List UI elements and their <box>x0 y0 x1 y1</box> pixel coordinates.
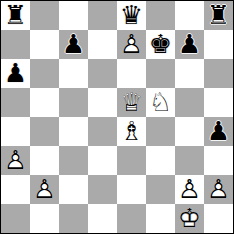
square-f5[interactable]: ♞♘ <box>146 88 175 117</box>
square-h1[interactable] <box>204 204 233 233</box>
square-d5[interactable] <box>88 88 117 117</box>
square-a3[interactable]: ♟♙ <box>1 146 30 175</box>
square-g2[interactable]: ♟♙ <box>175 175 204 204</box>
square-g4[interactable] <box>175 117 204 146</box>
piece-fill-white-pawn: ♟ <box>1 146 30 175</box>
piece-black-pawn: ♟ <box>175 30 204 59</box>
square-b1[interactable] <box>30 204 59 233</box>
square-g8[interactable] <box>175 1 204 30</box>
piece-fill-white-pawn: ♟ <box>204 175 233 204</box>
square-g5[interactable] <box>175 88 204 117</box>
square-c4[interactable] <box>59 117 88 146</box>
square-c7[interactable]: ♟ <box>59 30 88 59</box>
square-f2[interactable] <box>146 175 175 204</box>
square-f6[interactable] <box>146 59 175 88</box>
piece-black-rook: ♜ <box>204 1 233 30</box>
piece-white-pawn: ♙ <box>204 175 233 204</box>
piece-fill-white-queen: ♛ <box>117 88 146 117</box>
square-c8[interactable] <box>59 1 88 30</box>
square-c1[interactable] <box>59 204 88 233</box>
square-b4[interactable] <box>30 117 59 146</box>
piece-black-king: ♚ <box>146 30 175 59</box>
piece-white-pawn: ♙ <box>30 175 59 204</box>
square-b3[interactable] <box>30 146 59 175</box>
piece-black-queen: ♛ <box>117 1 146 30</box>
square-g3[interactable] <box>175 146 204 175</box>
square-a7[interactable] <box>1 30 30 59</box>
piece-white-queen: ♕ <box>117 88 146 117</box>
piece-white-bishop: ♗ <box>117 117 146 146</box>
square-e4[interactable]: ♝♗ <box>117 117 146 146</box>
piece-fill-white-king: ♚ <box>175 204 204 233</box>
square-f7[interactable]: ♚ <box>146 30 175 59</box>
square-h6[interactable] <box>204 59 233 88</box>
piece-white-king: ♔ <box>175 204 204 233</box>
square-d7[interactable] <box>88 30 117 59</box>
square-d3[interactable] <box>88 146 117 175</box>
piece-white-pawn: ♙ <box>1 146 30 175</box>
piece-black-pawn: ♟ <box>1 59 30 88</box>
square-e3[interactable] <box>117 146 146 175</box>
square-b6[interactable] <box>30 59 59 88</box>
square-d2[interactable] <box>88 175 117 204</box>
square-c5[interactable] <box>59 88 88 117</box>
piece-fill-white-pawn: ♟ <box>117 30 146 59</box>
square-f8[interactable] <box>146 1 175 30</box>
piece-white-pawn: ♙ <box>117 30 146 59</box>
square-h4[interactable]: ♟ <box>204 117 233 146</box>
square-b5[interactable] <box>30 88 59 117</box>
square-a5[interactable] <box>1 88 30 117</box>
square-e1[interactable] <box>117 204 146 233</box>
square-b8[interactable] <box>30 1 59 30</box>
piece-black-pawn: ♟ <box>204 117 233 146</box>
square-d1[interactable] <box>88 204 117 233</box>
square-a6[interactable]: ♟ <box>1 59 30 88</box>
piece-fill-white-knight: ♞ <box>146 88 175 117</box>
board-wrap: ♜♛♜♟♟♙♚♟♟♛♕♞♘♝♗♟♟♙♟♙♟♙♟♙♚♔ <box>0 0 234 234</box>
square-a4[interactable] <box>1 117 30 146</box>
square-f3[interactable] <box>146 146 175 175</box>
square-e8[interactable]: ♛ <box>117 1 146 30</box>
piece-white-pawn: ♙ <box>175 175 204 204</box>
square-h7[interactable] <box>204 30 233 59</box>
piece-white-knight: ♘ <box>146 88 175 117</box>
chess-board: ♜♛♜♟♟♙♚♟♟♛♕♞♘♝♗♟♟♙♟♙♟♙♟♙♚♔ <box>0 0 234 234</box>
square-d8[interactable] <box>88 1 117 30</box>
piece-fill-white-pawn: ♟ <box>30 175 59 204</box>
square-f1[interactable] <box>146 204 175 233</box>
piece-black-pawn: ♟ <box>59 30 88 59</box>
square-g7[interactable]: ♟ <box>175 30 204 59</box>
square-h3[interactable] <box>204 146 233 175</box>
square-e7[interactable]: ♟♙ <box>117 30 146 59</box>
piece-fill-white-bishop: ♝ <box>117 117 146 146</box>
square-b2[interactable]: ♟♙ <box>30 175 59 204</box>
square-g6[interactable] <box>175 59 204 88</box>
square-a1[interactable] <box>1 204 30 233</box>
square-e2[interactable] <box>117 175 146 204</box>
square-c3[interactable] <box>59 146 88 175</box>
square-h2[interactable]: ♟♙ <box>204 175 233 204</box>
square-f4[interactable] <box>146 117 175 146</box>
square-g1[interactable]: ♚♔ <box>175 204 204 233</box>
square-c6[interactable] <box>59 59 88 88</box>
piece-black-rook: ♜ <box>1 1 30 30</box>
square-h5[interactable] <box>204 88 233 117</box>
square-e5[interactable]: ♛♕ <box>117 88 146 117</box>
square-d6[interactable] <box>88 59 117 88</box>
square-b7[interactable] <box>30 30 59 59</box>
square-h8[interactable]: ♜ <box>204 1 233 30</box>
square-d4[interactable] <box>88 117 117 146</box>
piece-fill-white-pawn: ♟ <box>175 175 204 204</box>
square-e6[interactable] <box>117 59 146 88</box>
square-c2[interactable] <box>59 175 88 204</box>
square-a8[interactable]: ♜ <box>1 1 30 30</box>
square-a2[interactable] <box>1 175 30 204</box>
